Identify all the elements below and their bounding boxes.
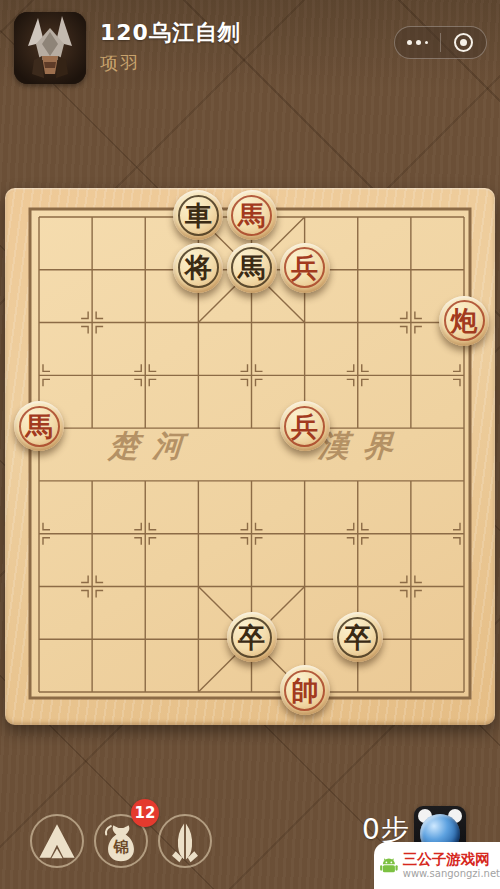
ellipsis-icon [407, 40, 412, 45]
piece-red-兵[interactable]: 兵 [280, 401, 330, 451]
circled-dot-icon [454, 33, 473, 52]
praying-hands-icon [160, 814, 210, 868]
mountain-arrow-icon [32, 814, 82, 868]
piece-red-炮[interactable]: 炮 [439, 296, 489, 346]
river-label-left: 楚河 [97, 426, 210, 467]
piece-red-馬[interactable]: 馬 [227, 190, 277, 240]
watermark-site-name: 三公子游戏网 [403, 851, 500, 868]
piece-black-卒[interactable]: 卒 [333, 612, 383, 662]
piece-black-車[interactable]: 車 [173, 190, 223, 240]
warrior-avatar-art [14, 12, 86, 84]
piece-red-馬[interactable]: 馬 [14, 401, 64, 451]
piece-black-馬[interactable]: 馬 [227, 243, 277, 293]
page-title: 120乌江自刎 [100, 18, 241, 48]
pray-button[interactable] [158, 814, 212, 868]
piece-red-帥[interactable]: 帥 [280, 665, 330, 715]
bag-label: 锦 [114, 838, 129, 857]
android-robot-icon [379, 849, 399, 883]
more-button[interactable] [395, 27, 440, 58]
hint-badge: 12 [131, 799, 159, 827]
wechat-capsule [394, 26, 487, 59]
piece-black-将[interactable]: 将 [173, 243, 223, 293]
watermark-site-url: www.sangongzi.net [403, 868, 500, 880]
home-button[interactable] [30, 814, 84, 868]
piece-red-兵[interactable]: 兵 [280, 243, 330, 293]
page-subtitle: 项羽 [100, 51, 140, 75]
avatar[interactable] [14, 12, 86, 84]
xiangqi-board[interactable]: 楚河 漢界 車馬将馬兵炮馬兵卒卒帥 [5, 188, 495, 725]
piece-black-卒[interactable]: 卒 [227, 612, 277, 662]
exit-button[interactable] [441, 27, 486, 58]
site-watermark: 三公子游戏网 www.sangongzi.net [374, 842, 500, 889]
xiangqi-app-screen: { "game": "xiangqi", "position": { "fen"… [0, 0, 500, 889]
